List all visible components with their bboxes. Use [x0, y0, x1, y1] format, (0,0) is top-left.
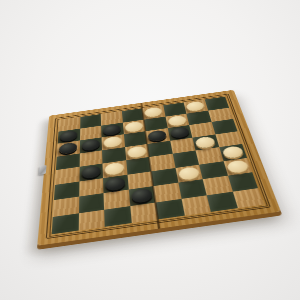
piece-light [178, 166, 200, 181]
checkers-board [37, 90, 281, 246]
piece-light [105, 162, 125, 176]
square-a1 [52, 213, 79, 234]
piece-light [221, 145, 244, 159]
square-c1 [104, 206, 131, 227]
piece-dark [81, 165, 100, 179]
photo-background [0, 0, 300, 300]
square-b1 [78, 209, 105, 230]
clasp-hinge [39, 165, 47, 175]
square-d1 [130, 202, 158, 223]
square-f1 [181, 195, 211, 216]
square-h1 [232, 188, 264, 208]
piece-dark [131, 188, 153, 204]
piece-light [226, 159, 250, 174]
piece-dark [105, 176, 125, 191]
square-e1 [155, 199, 184, 220]
